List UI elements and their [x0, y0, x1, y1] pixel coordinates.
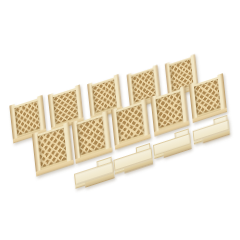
product-photo-canvas [0, 0, 240, 240]
